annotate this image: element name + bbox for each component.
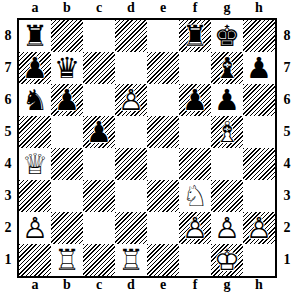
square-b6[interactable]: ♟ bbox=[51, 84, 83, 116]
file-label-c: c bbox=[83, 0, 115, 16]
rank-label-8: 8 bbox=[0, 20, 16, 52]
piece-black-king[interactable]: ♚ bbox=[211, 20, 243, 52]
square-f2[interactable]: ♟♙ bbox=[179, 212, 211, 244]
square-g6[interactable]: ♟ bbox=[211, 84, 243, 116]
piece-white-pawn[interactable]: ♙ bbox=[243, 212, 275, 244]
piece-black-pawn[interactable]: ♟ bbox=[83, 116, 115, 148]
square-f3[interactable]: ♞♘ bbox=[179, 180, 211, 212]
square-f5[interactable] bbox=[179, 116, 211, 148]
square-f8[interactable]: ♜ bbox=[179, 20, 211, 52]
square-c6[interactable] bbox=[83, 84, 115, 116]
square-h2[interactable]: ♟♙ bbox=[243, 212, 275, 244]
square-h5[interactable] bbox=[243, 116, 275, 148]
square-e1[interactable] bbox=[147, 244, 179, 276]
piece-black-pawn[interactable]: ♟ bbox=[179, 84, 211, 116]
piece-white-pawn[interactable]: ♙ bbox=[179, 212, 211, 244]
rank-label-7: 7 bbox=[0, 52, 16, 84]
square-f4[interactable] bbox=[179, 148, 211, 180]
rank-label-6: 6 bbox=[0, 84, 16, 116]
square-b3[interactable] bbox=[51, 180, 83, 212]
piece-black-pawn[interactable]: ♟ bbox=[211, 84, 243, 116]
rank-label-4: 4 bbox=[0, 148, 16, 180]
square-h6[interactable] bbox=[243, 84, 275, 116]
piece-white-bishop[interactable]: ♗ bbox=[211, 116, 243, 148]
piece-white-king[interactable]: ♔ bbox=[211, 244, 243, 276]
rank-labels-left: 87654321 bbox=[0, 20, 16, 276]
square-c5[interactable]: ♟ bbox=[83, 116, 115, 148]
file-label-e: e bbox=[147, 0, 179, 16]
square-g5[interactable]: ♝♗ bbox=[211, 116, 243, 148]
square-e6[interactable] bbox=[147, 84, 179, 116]
rank-labels-right: 87654321 bbox=[279, 20, 295, 276]
square-b8[interactable] bbox=[51, 20, 83, 52]
rank-label-1: 1 bbox=[279, 244, 295, 276]
piece-white-pawn[interactable]: ♙ bbox=[211, 212, 243, 244]
square-c2[interactable] bbox=[83, 212, 115, 244]
square-e2[interactable] bbox=[147, 212, 179, 244]
rank-label-7: 7 bbox=[279, 52, 295, 84]
square-c3[interactable] bbox=[83, 180, 115, 212]
square-f7[interactable] bbox=[179, 52, 211, 84]
file-label-f: f bbox=[179, 277, 211, 293]
piece-black-queen[interactable]: ♛ bbox=[51, 52, 83, 84]
piece-white-rook[interactable]: ♖ bbox=[51, 244, 83, 276]
file-labels-bottom: abcdefgh bbox=[19, 277, 275, 293]
rank-label-2: 2 bbox=[279, 212, 295, 244]
piece-black-bishop[interactable]: ♝ bbox=[211, 52, 243, 84]
square-g4[interactable] bbox=[211, 148, 243, 180]
square-h8[interactable] bbox=[243, 20, 275, 52]
square-e8[interactable] bbox=[147, 20, 179, 52]
file-label-c: c bbox=[83, 277, 115, 293]
square-h1[interactable] bbox=[243, 244, 275, 276]
rank-label-5: 5 bbox=[0, 116, 16, 148]
square-d7[interactable] bbox=[115, 52, 147, 84]
square-a6[interactable]: ♞ bbox=[19, 84, 51, 116]
square-d5[interactable] bbox=[115, 116, 147, 148]
piece-black-rook[interactable]: ♜ bbox=[179, 20, 211, 52]
rank-label-3: 3 bbox=[279, 180, 295, 212]
rank-label-6: 6 bbox=[279, 84, 295, 116]
square-c1[interactable] bbox=[83, 244, 115, 276]
piece-white-pawn[interactable]: ♙ bbox=[19, 212, 51, 244]
square-g1[interactable]: ♚♔ bbox=[211, 244, 243, 276]
square-h4[interactable] bbox=[243, 148, 275, 180]
piece-white-knight[interactable]: ♘ bbox=[179, 180, 211, 212]
chess-diagram: abcdefgh 87654321 ♜♜♚♟♛♝♟♞♟♟♙♟♟♟♝♗♛♕♞♘♟♙… bbox=[0, 0, 295, 295]
square-a1[interactable] bbox=[19, 244, 51, 276]
square-e7[interactable] bbox=[147, 52, 179, 84]
file-label-h: h bbox=[243, 277, 275, 293]
rank-label-5: 5 bbox=[279, 116, 295, 148]
square-d1[interactable]: ♜♖ bbox=[115, 244, 147, 276]
rank-label-3: 3 bbox=[0, 180, 16, 212]
square-e5[interactable] bbox=[147, 116, 179, 148]
file-label-g: g bbox=[211, 0, 243, 16]
piece-black-rook[interactable]: ♜ bbox=[19, 20, 51, 52]
file-label-g: g bbox=[211, 277, 243, 293]
file-label-d: d bbox=[115, 277, 147, 293]
square-e4[interactable] bbox=[147, 148, 179, 180]
square-d3[interactable] bbox=[115, 180, 147, 212]
square-b5[interactable] bbox=[51, 116, 83, 148]
square-a5[interactable] bbox=[19, 116, 51, 148]
square-d8[interactable] bbox=[115, 20, 147, 52]
square-h3[interactable] bbox=[243, 180, 275, 212]
rank-label-1: 1 bbox=[0, 244, 16, 276]
file-label-a: a bbox=[19, 0, 51, 16]
square-c4[interactable] bbox=[83, 148, 115, 180]
file-label-a: a bbox=[19, 277, 51, 293]
square-g3[interactable] bbox=[211, 180, 243, 212]
square-a3[interactable] bbox=[19, 180, 51, 212]
square-b1[interactable]: ♜♖ bbox=[51, 244, 83, 276]
file-label-f: f bbox=[179, 0, 211, 16]
piece-black-pawn[interactable]: ♟ bbox=[19, 52, 51, 84]
square-a7[interactable]: ♟ bbox=[19, 52, 51, 84]
square-d2[interactable] bbox=[115, 212, 147, 244]
square-b2[interactable] bbox=[51, 212, 83, 244]
square-b4[interactable] bbox=[51, 148, 83, 180]
square-a8[interactable]: ♜ bbox=[19, 20, 51, 52]
square-f6[interactable]: ♟ bbox=[179, 84, 211, 116]
square-b7[interactable]: ♛ bbox=[51, 52, 83, 84]
piece-white-rook[interactable]: ♖ bbox=[115, 244, 147, 276]
square-d6[interactable]: ♟♙ bbox=[115, 84, 147, 116]
file-label-d: d bbox=[115, 0, 147, 16]
square-g8[interactable]: ♚ bbox=[211, 20, 243, 52]
square-g7[interactable]: ♝ bbox=[211, 52, 243, 84]
file-labels-top: abcdefgh bbox=[19, 0, 275, 16]
square-a2[interactable]: ♟♙ bbox=[19, 212, 51, 244]
square-e3[interactable] bbox=[147, 180, 179, 212]
rank-label-2: 2 bbox=[0, 212, 16, 244]
file-label-e: e bbox=[147, 277, 179, 293]
piece-white-pawn[interactable]: ♙ bbox=[115, 84, 147, 116]
piece-black-pawn[interactable]: ♟ bbox=[243, 52, 275, 84]
square-f1[interactable] bbox=[179, 244, 211, 276]
rank-label-8: 8 bbox=[279, 20, 295, 52]
rank-label-4: 4 bbox=[279, 148, 295, 180]
square-c7[interactable] bbox=[83, 52, 115, 84]
file-label-h: h bbox=[243, 0, 275, 16]
file-label-b: b bbox=[51, 0, 83, 16]
chess-board: ♜♜♚♟♛♝♟♞♟♟♙♟♟♟♝♗♛♕♞♘♟♙♟♙♟♙♟♙♜♖♜♖♚♔ bbox=[17, 18, 277, 278]
piece-black-pawn[interactable]: ♟ bbox=[51, 84, 83, 116]
square-g2[interactable]: ♟♙ bbox=[211, 212, 243, 244]
square-h7[interactable]: ♟ bbox=[243, 52, 275, 84]
piece-black-knight[interactable]: ♞ bbox=[19, 84, 51, 116]
piece-white-queen[interactable]: ♕ bbox=[19, 148, 51, 180]
file-label-b: b bbox=[51, 277, 83, 293]
square-a4[interactable]: ♛♕ bbox=[19, 148, 51, 180]
square-d4[interactable] bbox=[115, 148, 147, 180]
square-c8[interactable] bbox=[83, 20, 115, 52]
